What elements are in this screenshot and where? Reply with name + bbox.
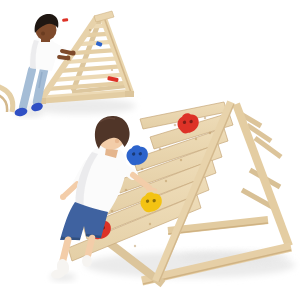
right-foot-pad bbox=[125, 91, 134, 97]
toddler-right-sock bbox=[82, 255, 92, 267]
product-photo bbox=[0, 0, 300, 300]
wood-knot bbox=[89, 29, 91, 31]
red-accent-hold bbox=[62, 18, 68, 22]
toddler-ear bbox=[115, 139, 119, 143]
toddler-left-hand bbox=[60, 194, 66, 200]
toddler-left-forearm bbox=[64, 184, 77, 196]
boy-left-forearm bbox=[59, 57, 66, 58]
wooden-arch-inner bbox=[0, 94, 7, 112]
wood-knot bbox=[111, 69, 113, 71]
toddler-right-calf bbox=[88, 238, 92, 255]
boy-right-forearm bbox=[62, 51, 71, 53]
ladder-rung bbox=[67, 58, 118, 62]
boy-rear-leg bbox=[23, 70, 32, 107]
boy-ear bbox=[41, 32, 45, 36]
toddler-left-calf bbox=[63, 240, 68, 260]
ladder-rung bbox=[73, 50, 115, 53]
boy-right-hand bbox=[70, 50, 75, 55]
boy-left-hand bbox=[66, 56, 71, 61]
climbing-triangle-photo bbox=[0, 0, 300, 300]
ladder-rung bbox=[79, 42, 112, 44]
